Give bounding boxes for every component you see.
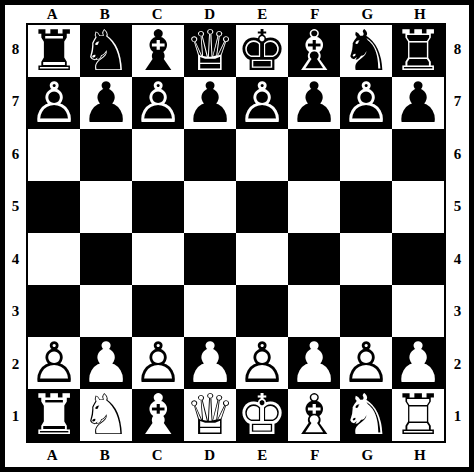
- rank-label-left-7: 7: [5, 76, 26, 129]
- piece-white-knight: ♞: [341, 389, 391, 441]
- square-e4[interactable]: [236, 233, 288, 285]
- piece-black-queen: ♕: [185, 25, 235, 77]
- square-c3[interactable]: [132, 285, 184, 337]
- square-e6[interactable]: [236, 129, 288, 181]
- square-f7[interactable]: ♟: [288, 77, 340, 129]
- piece-white-pawn: ♟: [393, 337, 443, 389]
- piece-white-pawn: ♟: [289, 337, 339, 389]
- piece-white-rook: ♖: [393, 389, 443, 441]
- square-f6[interactable]: [288, 129, 340, 181]
- square-h7[interactable]: ♟: [392, 77, 444, 129]
- square-e3[interactable]: [236, 285, 288, 337]
- square-c4[interactable]: [132, 233, 184, 285]
- square-b3[interactable]: [80, 285, 132, 337]
- square-c8[interactable]: ♝: [132, 25, 184, 77]
- square-h8[interactable]: ♖: [392, 25, 444, 77]
- square-a3[interactable]: [28, 285, 80, 337]
- file-label-bottom-d: D: [184, 443, 237, 467]
- piece-white-pawn: ♙: [29, 337, 79, 389]
- square-a7[interactable]: ♙: [28, 77, 80, 129]
- square-g1[interactable]: ♞: [340, 389, 392, 441]
- file-labels-bottom: ABCDEFGH: [26, 443, 446, 467]
- square-c6[interactable]: [132, 129, 184, 181]
- square-a2[interactable]: ♙: [28, 337, 80, 389]
- square-b6[interactable]: [80, 129, 132, 181]
- piece-black-pawn: ♟: [81, 77, 131, 129]
- file-label-bottom-b: B: [79, 443, 132, 467]
- square-f4[interactable]: [288, 233, 340, 285]
- file-label-top-e: E: [236, 5, 289, 23]
- square-g2[interactable]: ♙: [340, 337, 392, 389]
- piece-white-king: ♚: [237, 389, 287, 441]
- file-label-bottom-a: A: [26, 443, 79, 467]
- file-label-top-b: B: [79, 5, 132, 23]
- piece-white-pawn: ♙: [341, 337, 391, 389]
- rank-label-right-4: 4: [446, 233, 469, 286]
- file-label-bottom-c: C: [131, 443, 184, 467]
- piece-black-knight: ♘: [81, 25, 131, 77]
- rank-label-left-8: 8: [5, 23, 26, 76]
- rank-label-left-2: 2: [5, 338, 26, 391]
- rank-label-right-1: 1: [446, 391, 469, 444]
- square-g6[interactable]: [340, 129, 392, 181]
- file-label-bottom-h: H: [394, 443, 447, 467]
- piece-white-pawn: ♙: [237, 337, 287, 389]
- square-d2[interactable]: ♟: [184, 337, 236, 389]
- square-h1[interactable]: ♖: [392, 389, 444, 441]
- piece-black-knight: ♞: [341, 25, 391, 77]
- piece-white-queen: ♕: [185, 389, 235, 441]
- square-d7[interactable]: ♟: [184, 77, 236, 129]
- rank-labels-right: 87654321: [446, 23, 469, 443]
- file-label-top-c: C: [131, 5, 184, 23]
- piece-white-pawn: ♟: [81, 337, 131, 389]
- rank-label-left-5: 5: [5, 181, 26, 234]
- square-b7[interactable]: ♟: [80, 77, 132, 129]
- square-a4[interactable]: [28, 233, 80, 285]
- square-e8[interactable]: ♚: [236, 25, 288, 77]
- square-e5[interactable]: [236, 181, 288, 233]
- file-label-bottom-f: F: [289, 443, 342, 467]
- square-d3[interactable]: [184, 285, 236, 337]
- square-e7[interactable]: ♙: [236, 77, 288, 129]
- square-c2[interactable]: ♙: [132, 337, 184, 389]
- square-h5[interactable]: [392, 181, 444, 233]
- piece-white-bishop: ♝: [133, 389, 183, 441]
- square-c5[interactable]: [132, 181, 184, 233]
- square-g3[interactable]: [340, 285, 392, 337]
- file-label-top-a: A: [26, 5, 79, 23]
- square-h2[interactable]: ♟: [392, 337, 444, 389]
- square-f8[interactable]: ♗: [288, 25, 340, 77]
- piece-white-pawn: ♟: [185, 337, 235, 389]
- piece-black-pawn: ♙: [341, 77, 391, 129]
- rank-label-right-5: 5: [446, 181, 469, 234]
- square-d8[interactable]: ♕: [184, 25, 236, 77]
- square-d1[interactable]: ♕: [184, 389, 236, 441]
- file-label-top-f: F: [289, 5, 342, 23]
- square-d6[interactable]: [184, 129, 236, 181]
- file-labels-top: ABCDEFGH: [26, 5, 446, 23]
- piece-white-knight: ♘: [81, 389, 131, 441]
- square-h6[interactable]: [392, 129, 444, 181]
- piece-black-pawn: ♟: [289, 77, 339, 129]
- file-label-bottom-g: G: [341, 443, 394, 467]
- square-a8[interactable]: ♜: [28, 25, 80, 77]
- square-b5[interactable]: [80, 181, 132, 233]
- square-b2[interactable]: ♟: [80, 337, 132, 389]
- file-label-top-h: H: [394, 5, 447, 23]
- rank-label-right-3: 3: [446, 286, 469, 339]
- rank-label-right-7: 7: [446, 76, 469, 129]
- rank-label-right-2: 2: [446, 338, 469, 391]
- square-b4[interactable]: [80, 233, 132, 285]
- piece-white-pawn: ♙: [133, 337, 183, 389]
- square-a5[interactable]: [28, 181, 80, 233]
- square-f3[interactable]: [288, 285, 340, 337]
- piece-black-pawn: ♟: [185, 77, 235, 129]
- rank-labels-left: 87654321: [5, 23, 26, 443]
- square-d5[interactable]: [184, 181, 236, 233]
- square-b8[interactable]: ♘: [80, 25, 132, 77]
- piece-black-rook: ♜: [29, 25, 79, 77]
- piece-black-king: ♚: [237, 25, 287, 77]
- piece-black-pawn: ♟: [393, 77, 443, 129]
- file-label-top-g: G: [341, 5, 394, 23]
- square-b1[interactable]: ♘: [80, 389, 132, 441]
- rank-label-left-1: 1: [5, 391, 26, 444]
- square-g8[interactable]: ♞: [340, 25, 392, 77]
- rank-label-left-6: 6: [5, 128, 26, 181]
- file-label-bottom-e: E: [236, 443, 289, 467]
- piece-black-bishop: ♗: [289, 25, 339, 77]
- piece-white-bishop: ♗: [289, 389, 339, 441]
- square-g5[interactable]: [340, 181, 392, 233]
- file-label-top-d: D: [184, 5, 237, 23]
- piece-black-pawn: ♙: [237, 77, 287, 129]
- square-a1[interactable]: ♜: [28, 389, 80, 441]
- square-d4[interactable]: [184, 233, 236, 285]
- square-c1[interactable]: ♝: [132, 389, 184, 441]
- square-f2[interactable]: ♟: [288, 337, 340, 389]
- piece-black-bishop: ♝: [133, 25, 183, 77]
- chess-diagram: ABCDEFGH 87654321 ♜♘♝♕♚♗♞♖♙♟♙♟♙♟♙♟♙♟♙♟♙♟…: [0, 0, 474, 472]
- piece-black-rook: ♖: [393, 25, 443, 77]
- rank-label-left-3: 3: [5, 286, 26, 339]
- square-c7[interactable]: ♙: [132, 77, 184, 129]
- rank-label-right-6: 6: [446, 128, 469, 181]
- square-e2[interactable]: ♙: [236, 337, 288, 389]
- piece-white-rook: ♜: [29, 389, 79, 441]
- piece-black-pawn: ♙: [133, 77, 183, 129]
- square-e1[interactable]: ♚: [236, 389, 288, 441]
- chess-board: ♜♘♝♕♚♗♞♖♙♟♙♟♙♟♙♟♙♟♙♟♙♟♙♟♜♘♝♕♚♗♞♖: [26, 23, 446, 443]
- square-f1[interactable]: ♗: [288, 389, 340, 441]
- square-g7[interactable]: ♙: [340, 77, 392, 129]
- square-h3[interactable]: [392, 285, 444, 337]
- square-h4[interactable]: [392, 233, 444, 285]
- piece-black-pawn: ♙: [29, 77, 79, 129]
- rank-label-left-4: 4: [5, 233, 26, 286]
- square-f5[interactable]: [288, 181, 340, 233]
- rank-label-right-8: 8: [446, 23, 469, 76]
- square-a6[interactable]: [28, 129, 80, 181]
- square-g4[interactable]: [340, 233, 392, 285]
